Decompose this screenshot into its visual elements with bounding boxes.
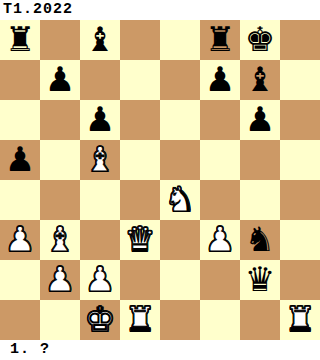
square-d7[interactable] — [120, 60, 160, 100]
white-bishop-b3[interactable]: ♝ — [45, 220, 75, 259]
square-h6[interactable] — [280, 100, 320, 140]
white-pawn-c2[interactable]: ♟ — [85, 260, 115, 299]
move-prompt: 1. ? — [0, 340, 320, 360]
square-d4[interactable] — [120, 180, 160, 220]
square-f6[interactable] — [200, 100, 240, 140]
square-d2[interactable] — [120, 260, 160, 300]
square-h2[interactable] — [280, 260, 320, 300]
black-pawn-b7[interactable]: ♟ — [45, 60, 75, 99]
square-b8[interactable] — [40, 20, 80, 60]
square-f5[interactable] — [200, 140, 240, 180]
square-e7[interactable] — [160, 60, 200, 100]
square-a7[interactable] — [0, 60, 40, 100]
square-f3[interactable]: ♟ — [200, 220, 240, 260]
square-a4[interactable] — [0, 180, 40, 220]
white-rook-d1[interactable]: ♜ — [125, 300, 155, 339]
black-king-g8[interactable]: ♚ — [245, 20, 275, 59]
square-e4[interactable]: ♞ — [160, 180, 200, 220]
square-c6[interactable]: ♟ — [80, 100, 120, 140]
square-c5[interactable]: ♝ — [80, 140, 120, 180]
black-queen-g2[interactable]: ♛ — [245, 260, 275, 299]
square-e6[interactable] — [160, 100, 200, 140]
black-bishop-c8[interactable]: ♝ — [85, 20, 115, 59]
chess-puzzle-page: T1.2022 ♜♝♜♚♟♟♝♟♟♟♝♞♟♝♛♟♞♟♟♛♚♜♜ 1. ? — [0, 0, 320, 360]
square-b1[interactable] — [40, 300, 80, 340]
square-b4[interactable] — [40, 180, 80, 220]
square-c4[interactable] — [80, 180, 120, 220]
black-pawn-f7[interactable]: ♟ — [205, 60, 235, 99]
square-h3[interactable] — [280, 220, 320, 260]
square-d8[interactable] — [120, 20, 160, 60]
square-c3[interactable] — [80, 220, 120, 260]
square-g5[interactable] — [240, 140, 280, 180]
black-bishop-g7[interactable]: ♝ — [245, 60, 275, 99]
black-rook-f8[interactable]: ♜ — [205, 20, 235, 59]
square-e3[interactable] — [160, 220, 200, 260]
square-g8[interactable]: ♚ — [240, 20, 280, 60]
black-pawn-c6[interactable]: ♟ — [85, 100, 115, 139]
square-g3[interactable]: ♞ — [240, 220, 280, 260]
square-a3[interactable]: ♟ — [0, 220, 40, 260]
square-e8[interactable] — [160, 20, 200, 60]
square-f7[interactable]: ♟ — [200, 60, 240, 100]
square-a6[interactable] — [0, 100, 40, 140]
square-h1[interactable]: ♜ — [280, 300, 320, 340]
square-c1[interactable]: ♚ — [80, 300, 120, 340]
square-b6[interactable] — [40, 100, 80, 140]
square-c8[interactable]: ♝ — [80, 20, 120, 60]
square-h5[interactable] — [280, 140, 320, 180]
black-pawn-g6[interactable]: ♟ — [245, 100, 275, 139]
square-d3[interactable]: ♛ — [120, 220, 160, 260]
white-knight-e4[interactable]: ♞ — [165, 180, 195, 219]
square-c2[interactable]: ♟ — [80, 260, 120, 300]
square-a1[interactable] — [0, 300, 40, 340]
square-f2[interactable] — [200, 260, 240, 300]
square-e5[interactable] — [160, 140, 200, 180]
square-e1[interactable] — [160, 300, 200, 340]
square-g6[interactable]: ♟ — [240, 100, 280, 140]
black-pawn-a5[interactable]: ♟ — [5, 140, 35, 179]
square-a2[interactable] — [0, 260, 40, 300]
white-queen-d3[interactable]: ♛ — [125, 220, 155, 259]
square-g4[interactable] — [240, 180, 280, 220]
square-e2[interactable] — [160, 260, 200, 300]
square-g7[interactable]: ♝ — [240, 60, 280, 100]
square-a8[interactable]: ♜ — [0, 20, 40, 60]
white-pawn-b2[interactable]: ♟ — [45, 260, 75, 299]
square-f4[interactable] — [200, 180, 240, 220]
square-c7[interactable] — [80, 60, 120, 100]
square-g1[interactable] — [240, 300, 280, 340]
black-rook-a8[interactable]: ♜ — [5, 20, 35, 59]
white-rook-h1[interactable]: ♜ — [285, 300, 315, 339]
square-h4[interactable] — [280, 180, 320, 220]
square-a5[interactable]: ♟ — [0, 140, 40, 180]
square-f8[interactable]: ♜ — [200, 20, 240, 60]
square-g2[interactable]: ♛ — [240, 260, 280, 300]
square-h7[interactable] — [280, 60, 320, 100]
square-f1[interactable] — [200, 300, 240, 340]
square-d5[interactable] — [120, 140, 160, 180]
puzzle-title: T1.2022 — [0, 0, 320, 20]
square-h8[interactable] — [280, 20, 320, 60]
square-b2[interactable]: ♟ — [40, 260, 80, 300]
white-bishop-c5[interactable]: ♝ — [85, 140, 115, 179]
white-pawn-f3[interactable]: ♟ — [205, 220, 235, 259]
square-b5[interactable] — [40, 140, 80, 180]
black-knight-g3[interactable]: ♞ — [245, 220, 275, 259]
square-d1[interactable]: ♜ — [120, 300, 160, 340]
chess-board: ♜♝♜♚♟♟♝♟♟♟♝♞♟♝♛♟♞♟♟♛♚♜♜ — [0, 20, 320, 340]
square-d6[interactable] — [120, 100, 160, 140]
square-b7[interactable]: ♟ — [40, 60, 80, 100]
white-pawn-a3[interactable]: ♟ — [5, 220, 35, 259]
square-b3[interactable]: ♝ — [40, 220, 80, 260]
white-king-c1[interactable]: ♚ — [85, 300, 115, 339]
